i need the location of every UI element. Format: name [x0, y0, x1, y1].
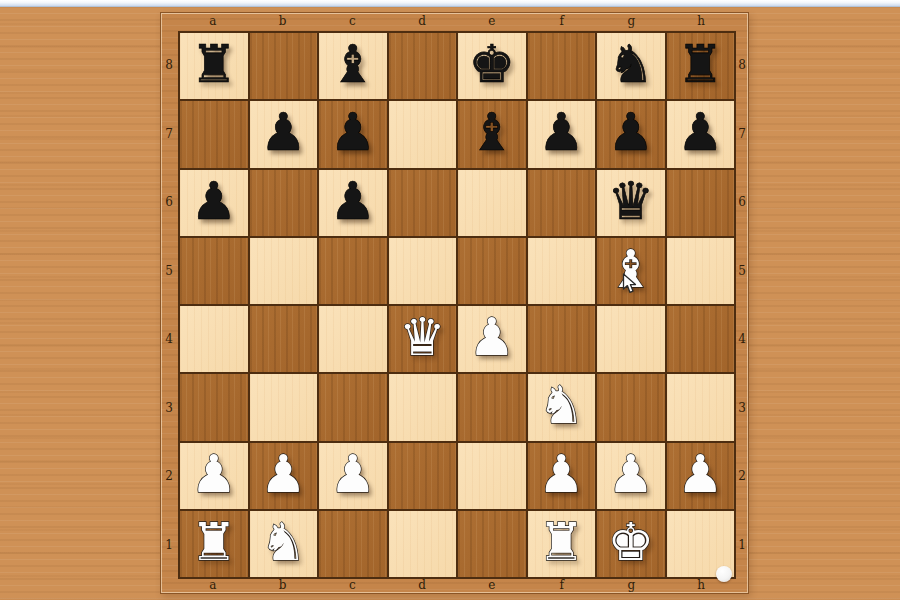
square-b8[interactable]: [250, 33, 318, 99]
square-d3[interactable]: [389, 374, 457, 440]
black-pawn[interactable]: ♟: [190, 175, 237, 227]
rank-label: 7: [161, 100, 177, 169]
black-pawn[interactable]: ♟: [677, 106, 724, 158]
file-label: g: [597, 14, 667, 30]
rank-label: 6: [161, 168, 177, 237]
square-a1[interactable]: ♜: [180, 511, 248, 577]
file-label: g: [597, 578, 667, 594]
square-h8[interactable]: ♜: [667, 33, 735, 99]
black-rook[interactable]: ♜: [190, 38, 237, 90]
square-b7[interactable]: ♟: [250, 101, 318, 167]
rank-label: 3: [734, 374, 750, 443]
square-c5[interactable]: [319, 238, 387, 304]
rank-label: 1: [734, 511, 750, 580]
white-pawn[interactable]: ♟: [260, 448, 307, 500]
square-e6[interactable]: [458, 170, 526, 236]
square-f5[interactable]: [528, 238, 596, 304]
black-pawn[interactable]: ♟: [329, 106, 376, 158]
square-e3[interactable]: [458, 374, 526, 440]
rank-label: 4: [161, 305, 177, 374]
black-pawn[interactable]: ♟: [260, 106, 307, 158]
black-pawn[interactable]: ♟: [329, 175, 376, 227]
square-d7[interactable]: [389, 101, 457, 167]
file-label: d: [387, 578, 457, 594]
black-bishop[interactable]: ♝: [468, 106, 515, 158]
rank-label: 1: [161, 511, 177, 580]
square-c8[interactable]: ♝: [319, 33, 387, 99]
square-e5[interactable]: [458, 238, 526, 304]
square-f4[interactable]: [528, 306, 596, 372]
square-e7[interactable]: ♝: [458, 101, 526, 167]
square-g3[interactable]: [597, 374, 665, 440]
rank-label: 4: [734, 305, 750, 374]
white-pawn[interactable]: ♟: [607, 448, 654, 500]
square-b6[interactable]: [250, 170, 318, 236]
mouse-cursor-icon: [622, 273, 638, 295]
square-b4[interactable]: [250, 306, 318, 372]
square-f6[interactable]: [528, 170, 596, 236]
square-e2[interactable]: [458, 443, 526, 509]
white-king[interactable]: ♚: [607, 516, 654, 568]
file-label: b: [248, 578, 318, 594]
square-h3[interactable]: [667, 374, 735, 440]
rank-label: 6: [734, 168, 750, 237]
square-c2[interactable]: ♟: [319, 443, 387, 509]
white-to-move-indicator: [716, 566, 732, 582]
rank-label: 8: [734, 31, 750, 100]
file-label: f: [527, 14, 597, 30]
square-d6[interactable]: [389, 170, 457, 236]
black-knight[interactable]: ♞: [607, 38, 654, 90]
file-label: a: [178, 578, 248, 594]
black-pawn[interactable]: ♟: [538, 106, 585, 158]
white-pawn[interactable]: ♟: [329, 448, 376, 500]
rank-label: 5: [161, 237, 177, 306]
rank-label: 3: [161, 374, 177, 443]
rank-label: 5: [734, 237, 750, 306]
rank-labels-left: 87654321: [161, 31, 177, 579]
file-label: f: [527, 578, 597, 594]
file-label: a: [178, 14, 248, 30]
square-c4[interactable]: [319, 306, 387, 372]
square-a4[interactable]: [180, 306, 248, 372]
square-d4[interactable]: ♛: [389, 306, 457, 372]
file-label: b: [248, 14, 318, 30]
square-d8[interactable]: [389, 33, 457, 99]
white-pawn[interactable]: ♟: [677, 448, 724, 500]
square-g8[interactable]: ♞: [597, 33, 665, 99]
file-label: e: [457, 14, 527, 30]
file-label: c: [318, 14, 388, 30]
file-label: h: [666, 14, 736, 30]
white-rook[interactable]: ♜: [538, 516, 585, 568]
file-label: e: [457, 578, 527, 594]
chess-board-frame: abcdefgh 87654321 ♜♝♚♞♜♟♟♝♟♟♟♟♟♛♝♛♟♞♟♟♟♟…: [160, 12, 749, 594]
square-f3[interactable]: ♞: [528, 374, 596, 440]
square-g4[interactable]: [597, 306, 665, 372]
square-a2[interactable]: ♟: [180, 443, 248, 509]
white-pawn[interactable]: ♟: [468, 311, 515, 363]
square-a7[interactable]: [180, 101, 248, 167]
rank-label: 2: [734, 442, 750, 511]
square-h6[interactable]: [667, 170, 735, 236]
file-label: d: [387, 14, 457, 30]
white-pawn[interactable]: ♟: [538, 448, 585, 500]
square-d2[interactable]: [389, 443, 457, 509]
square-f2[interactable]: ♟: [528, 443, 596, 509]
file-label: c: [318, 578, 388, 594]
black-rook[interactable]: ♜: [677, 38, 724, 90]
square-c3[interactable]: [319, 374, 387, 440]
white-rook[interactable]: ♜: [190, 516, 237, 568]
square-a6[interactable]: ♟: [180, 170, 248, 236]
black-queen[interactable]: ♛: [607, 175, 654, 227]
black-bishop[interactable]: ♝: [329, 38, 376, 90]
rank-label: 8: [161, 31, 177, 100]
square-g7[interactable]: ♟: [597, 101, 665, 167]
file-labels-top: abcdefgh: [178, 14, 736, 30]
square-c1[interactable]: [319, 511, 387, 577]
white-knight[interactable]: ♞: [260, 516, 307, 568]
square-b3[interactable]: [250, 374, 318, 440]
black-pawn[interactable]: ♟: [607, 106, 654, 158]
square-e1[interactable]: [458, 511, 526, 577]
square-d5[interactable]: [389, 238, 457, 304]
square-a8[interactable]: ♜: [180, 33, 248, 99]
file-labels-bottom: abcdefgh: [178, 578, 736, 594]
square-c6[interactable]: ♟: [319, 170, 387, 236]
square-b2[interactable]: ♟: [250, 443, 318, 509]
square-a5[interactable]: [180, 238, 248, 304]
white-knight[interactable]: ♞: [538, 379, 585, 431]
square-g2[interactable]: ♟: [597, 443, 665, 509]
square-a3[interactable]: [180, 374, 248, 440]
rank-label: 7: [734, 100, 750, 169]
square-h4[interactable]: [667, 306, 735, 372]
rank-label: 2: [161, 442, 177, 511]
square-g1[interactable]: ♚: [597, 511, 665, 577]
chess-board: ♜♝♚♞♜♟♟♝♟♟♟♟♟♛♝♛♟♞♟♟♟♟♟♟♜♞♜♚: [178, 31, 736, 579]
square-h2[interactable]: ♟: [667, 443, 735, 509]
window-edge-strip: [0, 0, 900, 7]
square-g6[interactable]: ♛: [597, 170, 665, 236]
square-f8[interactable]: [528, 33, 596, 99]
square-b1[interactable]: ♞: [250, 511, 318, 577]
square-e8[interactable]: ♚: [458, 33, 526, 99]
square-f1[interactable]: ♜: [528, 511, 596, 577]
white-queen[interactable]: ♛: [399, 311, 446, 363]
rank-labels-right: 87654321: [734, 31, 750, 579]
white-pawn[interactable]: ♟: [190, 448, 237, 500]
square-h5[interactable]: [667, 238, 735, 304]
square-d1[interactable]: [389, 511, 457, 577]
black-king[interactable]: ♚: [468, 38, 515, 90]
square-h7[interactable]: ♟: [667, 101, 735, 167]
square-c7[interactable]: ♟: [319, 101, 387, 167]
square-f7[interactable]: ♟: [528, 101, 596, 167]
square-b5[interactable]: [250, 238, 318, 304]
square-e4[interactable]: ♟: [458, 306, 526, 372]
